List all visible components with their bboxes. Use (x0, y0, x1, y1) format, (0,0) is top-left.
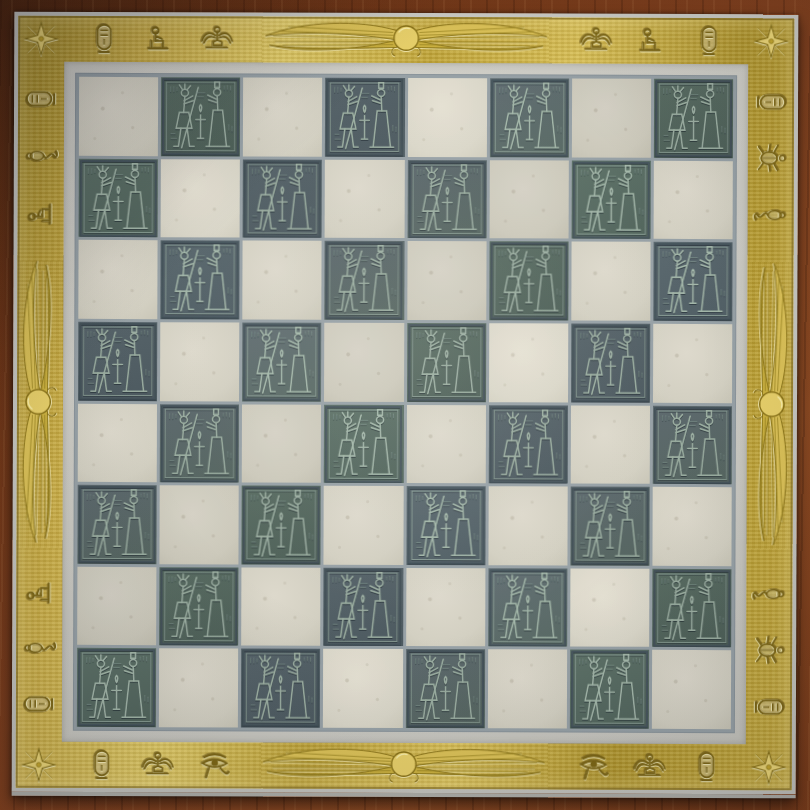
square-e2[interactable] (406, 568, 485, 647)
square-g4[interactable] (570, 405, 649, 484)
pharaoh-relief-icon (570, 487, 649, 566)
square-a2[interactable] (77, 567, 156, 646)
square-g7[interactable] (571, 160, 650, 239)
cartouche-icon (22, 687, 56, 721)
eye-of-horus-icon (197, 748, 231, 782)
cartouche-icon (692, 24, 726, 58)
pharaoh-relief-icon (325, 78, 404, 157)
pharaoh-relief-icon (78, 322, 157, 401)
square-e7[interactable] (407, 160, 486, 239)
square-e1[interactable] (405, 649, 484, 728)
egyptian-chessboard (12, 12, 799, 799)
square-b7[interactable] (161, 159, 240, 238)
pharaoh-relief-icon (241, 649, 320, 728)
cartouche-icon (754, 85, 788, 119)
pharaoh-relief-icon (77, 648, 156, 727)
square-h8[interactable] (654, 79, 733, 158)
cobra-icon (754, 198, 788, 232)
square-b8[interactable] (161, 77, 240, 156)
square-h1[interactable] (652, 650, 731, 729)
pharaoh-relief-icon (324, 567, 403, 646)
square-h3[interactable] (652, 487, 731, 566)
square-b6[interactable] (160, 240, 239, 319)
gilt-border-frame (16, 16, 795, 791)
pharaoh-relief-icon (405, 649, 484, 728)
border-left-frieze (16, 60, 64, 744)
square-a7[interactable] (79, 158, 158, 237)
square-f7[interactable] (489, 160, 568, 239)
square-h7[interactable] (653, 160, 732, 239)
star-rosette-icon (18, 16, 64, 62)
square-a6[interactable] (78, 240, 157, 319)
square-d2[interactable] (324, 567, 403, 646)
border-right-frieze (746, 62, 794, 746)
square-a3[interactable] (77, 485, 156, 564)
winged-sun-disk-icon (254, 744, 554, 787)
square-c6[interactable] (243, 241, 322, 320)
square-e8[interactable] (407, 78, 486, 157)
square-g3[interactable] (570, 487, 649, 566)
cobra-icon (752, 577, 786, 611)
square-g2[interactable] (570, 568, 649, 647)
square-g1[interactable] (570, 650, 649, 729)
pharaoh-relief-icon (489, 78, 568, 157)
square-e3[interactable] (406, 486, 485, 565)
cobra-icon (24, 139, 58, 173)
pharaoh-relief-icon (571, 323, 650, 402)
seated-figure-icon (143, 22, 177, 56)
square-c7[interactable] (243, 159, 322, 238)
square-h4[interactable] (653, 405, 732, 484)
border-bottom-frieze (62, 742, 746, 790)
winged-goddess-icon (633, 750, 667, 784)
pharaoh-relief-icon (77, 485, 156, 564)
pharaoh-relief-icon (654, 79, 733, 158)
square-b1[interactable] (159, 649, 238, 728)
pharaoh-relief-icon (159, 567, 238, 646)
cartouche-icon (87, 22, 121, 56)
square-f3[interactable] (488, 486, 567, 565)
square-a5[interactable] (78, 322, 157, 401)
square-g5[interactable] (571, 323, 650, 402)
pharaoh-relief-icon (160, 240, 239, 319)
pharaoh-relief-icon (653, 242, 732, 321)
cartouche-icon (752, 690, 786, 724)
square-b2[interactable] (159, 567, 238, 646)
square-c2[interactable] (241, 567, 320, 646)
pharaoh-relief-icon (79, 158, 158, 237)
pharaoh-relief-icon (324, 404, 403, 483)
pharaoh-relief-icon (489, 242, 568, 321)
square-c8[interactable] (243, 77, 322, 156)
square-f8[interactable] (489, 78, 568, 157)
pharaoh-relief-icon (488, 405, 567, 484)
star-rosette-icon (748, 18, 794, 64)
pharaoh-relief-icon (242, 322, 321, 401)
pharaoh-relief-icon (407, 323, 486, 402)
square-g6[interactable] (571, 242, 650, 321)
square-c5[interactable] (242, 322, 321, 401)
square-d4[interactable] (324, 404, 403, 483)
square-b4[interactable] (160, 404, 239, 483)
eye-of-horus-icon (576, 750, 610, 784)
pharaoh-relief-icon (325, 241, 404, 320)
pharaoh-relief-icon (407, 160, 486, 239)
square-b5[interactable] (160, 322, 239, 401)
winged-sun-disk-icon (18, 252, 61, 552)
chessboard-grid (74, 74, 736, 732)
pharaoh-relief-icon (570, 650, 649, 729)
pharaoh-relief-icon (243, 159, 322, 238)
pharaoh-relief-icon (488, 568, 567, 647)
square-f5[interactable] (489, 323, 568, 402)
pharaoh-relief-icon (652, 569, 731, 648)
square-f2[interactable] (488, 568, 567, 647)
square-h2[interactable] (652, 569, 731, 648)
square-f1[interactable] (487, 650, 566, 729)
square-d1[interactable] (323, 649, 402, 728)
cartouche-icon (24, 82, 58, 116)
square-a4[interactable] (78, 403, 157, 482)
square-c1[interactable] (241, 649, 320, 728)
pharaoh-relief-icon (160, 404, 239, 483)
star-rosette-icon (746, 744, 792, 790)
stone-inner-margin (62, 62, 748, 744)
square-e6[interactable] (407, 241, 486, 320)
seated-figure-icon (22, 574, 56, 608)
pharaoh-relief-icon (571, 160, 650, 239)
star-rosette-icon (16, 742, 62, 788)
square-d7[interactable] (325, 159, 404, 238)
seated-figure-icon (635, 24, 669, 58)
square-d5[interactable] (324, 323, 403, 402)
pharaoh-relief-icon (406, 486, 485, 565)
winged-goddess-icon (141, 748, 175, 782)
cartouche-icon (689, 750, 723, 784)
pharaoh-relief-icon (242, 486, 321, 565)
square-d3[interactable] (324, 486, 403, 565)
square-c3[interactable] (242, 486, 321, 565)
square-c4[interactable] (242, 404, 321, 483)
border-top-frieze (64, 16, 748, 64)
square-h6[interactable] (653, 242, 732, 321)
winged-goddess-icon (200, 22, 234, 56)
winged-sun-disk-icon (256, 18, 556, 61)
seated-figure-icon (24, 195, 58, 229)
winged-goddess-icon (579, 24, 613, 58)
pharaoh-relief-icon (161, 77, 240, 156)
scarab-icon (754, 141, 788, 175)
square-d6[interactable] (325, 241, 404, 320)
winged-sun-disk-icon (748, 254, 791, 554)
cartouche-icon (84, 748, 118, 782)
wood-table-background: { "game": "chess", "position": "8/8/8/8/… (0, 0, 810, 810)
pharaoh-relief-icon (653, 405, 732, 484)
square-e5[interactable] (407, 323, 486, 402)
square-a8[interactable] (79, 77, 158, 156)
square-b3[interactable] (160, 485, 239, 564)
square-f4[interactable] (488, 405, 567, 484)
square-e4[interactable] (406, 405, 485, 484)
square-g8[interactable] (572, 79, 651, 158)
square-d8[interactable] (325, 78, 404, 157)
scarab-icon (752, 633, 786, 667)
square-f6[interactable] (489, 242, 568, 321)
square-h5[interactable] (653, 324, 732, 403)
cobra-icon (22, 631, 56, 665)
square-a1[interactable] (77, 648, 156, 727)
